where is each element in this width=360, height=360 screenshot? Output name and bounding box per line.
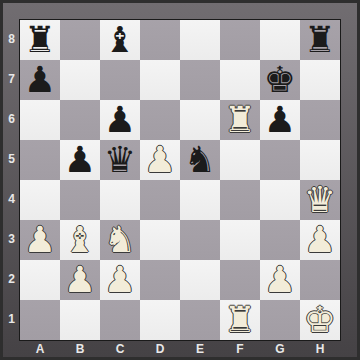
square-e4[interactable] xyxy=(180,180,220,220)
white-pawn: ♟ xyxy=(264,260,296,300)
white-pawn: ♟ xyxy=(144,140,176,180)
white-bishop: ♝ xyxy=(64,220,96,260)
square-d1[interactable] xyxy=(140,300,180,340)
square-e6[interactable] xyxy=(180,100,220,140)
square-h3[interactable]: ♟ xyxy=(300,220,340,260)
square-b4[interactable] xyxy=(60,180,100,220)
square-g6[interactable]: ♟ xyxy=(260,100,300,140)
file-label-f: F xyxy=(220,341,260,358)
square-e1[interactable] xyxy=(180,300,220,340)
square-b2[interactable]: ♟ xyxy=(60,260,100,300)
white-rook: ♜ xyxy=(224,100,256,140)
square-f2[interactable] xyxy=(220,260,260,300)
square-d5[interactable]: ♟ xyxy=(140,140,180,180)
square-c2[interactable]: ♟ xyxy=(100,260,140,300)
black-bishop: ♝ xyxy=(104,20,136,60)
square-d4[interactable] xyxy=(140,180,180,220)
square-b6[interactable] xyxy=(60,100,100,140)
square-h4[interactable]: ♛ xyxy=(300,180,340,220)
black-queen: ♛ xyxy=(104,140,136,180)
white-knight: ♞ xyxy=(104,220,136,260)
white-queen: ♛ xyxy=(304,180,336,220)
rank-label-8: 8 xyxy=(5,19,18,59)
file-label-e: E xyxy=(180,341,220,358)
rank-label-4: 4 xyxy=(5,179,18,219)
square-h5[interactable] xyxy=(300,140,340,180)
square-c1[interactable] xyxy=(100,300,140,340)
black-pawn: ♟ xyxy=(264,100,296,140)
square-a5[interactable] xyxy=(20,140,60,180)
square-a7[interactable]: ♟ xyxy=(20,60,60,100)
square-h2[interactable] xyxy=(300,260,340,300)
square-d8[interactable] xyxy=(140,20,180,60)
square-h7[interactable] xyxy=(300,60,340,100)
square-e8[interactable] xyxy=(180,20,220,60)
rank-label-5: 5 xyxy=(5,139,18,179)
white-pawn: ♟ xyxy=(64,260,96,300)
square-a3[interactable]: ♟ xyxy=(20,220,60,260)
black-pawn: ♟ xyxy=(104,100,136,140)
square-h8[interactable]: ♜ xyxy=(300,20,340,60)
square-b3[interactable]: ♝ xyxy=(60,220,100,260)
white-king: ♚ xyxy=(304,300,336,340)
rank-label-7: 7 xyxy=(5,59,18,99)
file-label-a: A xyxy=(20,341,60,358)
square-e2[interactable] xyxy=(180,260,220,300)
square-f1[interactable]: ♜ xyxy=(220,300,260,340)
square-g8[interactable] xyxy=(260,20,300,60)
square-a6[interactable] xyxy=(20,100,60,140)
white-pawn: ♟ xyxy=(104,260,136,300)
square-g2[interactable]: ♟ xyxy=(260,260,300,300)
square-e7[interactable] xyxy=(180,60,220,100)
white-rook: ♜ xyxy=(224,300,256,340)
square-b1[interactable] xyxy=(60,300,100,340)
black-king: ♚ xyxy=(264,60,296,100)
file-label-g: G xyxy=(260,341,300,358)
chess-board: ♜♝♜♟♚♟♜♟♟♛♟♞♛♟♝♞♟♟♟♟♜♚ xyxy=(19,19,341,341)
square-b5[interactable]: ♟ xyxy=(60,140,100,180)
square-a2[interactable] xyxy=(20,260,60,300)
square-g5[interactable] xyxy=(260,140,300,180)
black-pawn: ♟ xyxy=(64,140,96,180)
black-rook: ♜ xyxy=(304,20,336,60)
square-h6[interactable] xyxy=(300,100,340,140)
square-d7[interactable] xyxy=(140,60,180,100)
square-c5[interactable]: ♛ xyxy=(100,140,140,180)
square-h1[interactable]: ♚ xyxy=(300,300,340,340)
square-e5[interactable]: ♞ xyxy=(180,140,220,180)
square-f5[interactable] xyxy=(220,140,260,180)
file-label-c: C xyxy=(100,341,140,358)
rank-label-3: 3 xyxy=(5,219,18,259)
square-f4[interactable] xyxy=(220,180,260,220)
white-pawn: ♟ xyxy=(24,220,56,260)
black-rook: ♜ xyxy=(24,20,56,60)
file-label-d: D xyxy=(140,341,180,358)
square-c8[interactable]: ♝ xyxy=(100,20,140,60)
square-d6[interactable] xyxy=(140,100,180,140)
square-d3[interactable] xyxy=(140,220,180,260)
square-b7[interactable] xyxy=(60,60,100,100)
square-f7[interactable] xyxy=(220,60,260,100)
square-g1[interactable] xyxy=(260,300,300,340)
file-label-h: H xyxy=(300,341,340,358)
square-g7[interactable]: ♚ xyxy=(260,60,300,100)
square-d2[interactable] xyxy=(140,260,180,300)
square-c6[interactable]: ♟ xyxy=(100,100,140,140)
black-pawn: ♟ xyxy=(24,60,56,100)
black-knight: ♞ xyxy=(184,140,216,180)
square-f6[interactable]: ♜ xyxy=(220,100,260,140)
chessboard-frame: ♜♝♜♟♚♟♜♟♟♛♟♞♛♟♝♞♟♟♟♟♜♚ 87654321 ABCDEFGH xyxy=(0,0,360,360)
white-pawn: ♟ xyxy=(304,220,336,260)
square-a4[interactable] xyxy=(20,180,60,220)
square-b8[interactable] xyxy=(60,20,100,60)
square-e3[interactable] xyxy=(180,220,220,260)
square-f3[interactable] xyxy=(220,220,260,260)
square-c3[interactable]: ♞ xyxy=(100,220,140,260)
rank-label-1: 1 xyxy=(5,299,18,339)
rank-label-2: 2 xyxy=(5,259,18,299)
rank-label-6: 6 xyxy=(5,99,18,139)
square-f8[interactable] xyxy=(220,20,260,60)
square-a8[interactable]: ♜ xyxy=(20,20,60,60)
file-label-b: B xyxy=(60,341,100,358)
square-c7[interactable] xyxy=(100,60,140,100)
square-c4[interactable] xyxy=(100,180,140,220)
square-a1[interactable] xyxy=(20,300,60,340)
square-g3[interactable] xyxy=(260,220,300,260)
square-g4[interactable] xyxy=(260,180,300,220)
